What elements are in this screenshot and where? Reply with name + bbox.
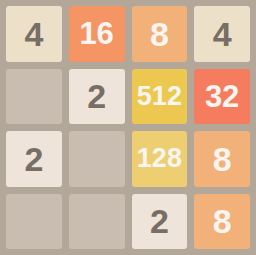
2048-board[interactable]: 4 16 8 4 2 512 32 2 128 8 2 8 (0, 0, 256, 255)
tile-r2c4: 32 (194, 69, 250, 125)
tile-r2c3: 512 (132, 69, 188, 125)
empty-cell-r4c2 (69, 194, 125, 250)
empty-cell-r2c1 (6, 69, 62, 125)
tile-r3c3: 128 (132, 131, 188, 187)
tile-r3c1: 2 (6, 131, 62, 187)
tile-r1c1: 4 (6, 6, 62, 62)
tile-r4c4: 8 (194, 194, 250, 250)
tile-r1c3: 8 (132, 6, 188, 62)
tile-r1c2: 16 (69, 6, 125, 62)
tile-r2c2: 2 (69, 69, 125, 125)
tile-r3c4: 8 (194, 131, 250, 187)
empty-cell-r4c1 (6, 194, 62, 250)
tile-r1c4: 4 (194, 6, 250, 62)
empty-cell-r3c2 (69, 131, 125, 187)
tile-r4c3: 2 (132, 194, 188, 250)
